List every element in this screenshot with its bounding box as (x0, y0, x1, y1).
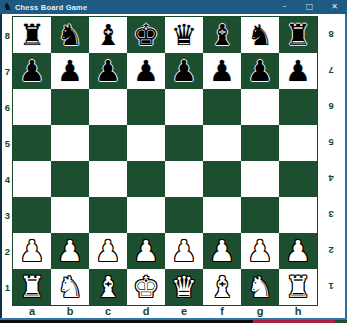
black-king[interactable]: ♚ (133, 21, 159, 50)
minimize-button[interactable]: – (272, 0, 297, 14)
square-e5[interactable] (165, 125, 203, 161)
black-knight[interactable]: ♞ (247, 21, 273, 50)
square-f6[interactable] (203, 89, 241, 125)
file-label-d: d (127, 305, 165, 318)
square-b8[interactable]: ♞ (51, 17, 89, 53)
square-f8[interactable]: ♝ (203, 17, 241, 53)
square-b1[interactable]: ♞ (51, 269, 89, 305)
square-h2[interactable]: ♟ (279, 233, 317, 269)
square-c3[interactable] (89, 197, 127, 233)
black-knight[interactable]: ♞ (57, 21, 83, 50)
square-a3[interactable] (13, 197, 51, 233)
square-f5[interactable] (203, 125, 241, 161)
square-d1[interactable]: ♚ (127, 269, 165, 305)
square-a4[interactable] (13, 161, 51, 197)
white-king[interactable]: ♚ (133, 273, 159, 302)
square-d8[interactable]: ♚ (127, 17, 165, 53)
square-h1[interactable]: ♜ (279, 269, 317, 305)
square-g2[interactable]: ♟ (241, 233, 279, 269)
black-bishop[interactable]: ♝ (209, 21, 235, 50)
square-c8[interactable]: ♝ (89, 17, 127, 53)
rank-label-7: 7 (2, 53, 13, 89)
white-pawn[interactable]: ♟ (171, 237, 197, 266)
rank-label-8: 8 (2, 17, 13, 53)
square-g4[interactable] (241, 161, 279, 197)
square-e4[interactable] (165, 161, 203, 197)
app-window: ♞ Chess Board Game – □ ✕ 87654321 ♜♞♝♚♛♝… (0, 0, 347, 323)
white-pawn[interactable]: ♟ (209, 237, 235, 266)
maximize-button[interactable]: □ (297, 0, 322, 14)
black-pawn[interactable]: ♟ (95, 57, 121, 86)
square-c7[interactable]: ♟ (89, 53, 127, 89)
square-c1[interactable]: ♝ (89, 269, 127, 305)
rank-label-5: 5 (2, 125, 13, 161)
window-title: Chess Board Game (15, 3, 87, 12)
square-a5[interactable] (13, 125, 51, 161)
square-e7[interactable]: ♟ (165, 53, 203, 89)
file-label-g: g (241, 305, 279, 318)
white-pawn[interactable]: ♟ (285, 237, 311, 266)
board-area: 87654321 ♜♞♝♚♛♝♞♜♟♟♟♟♟♟♟♟♟♟♟♟♟♟♟♟♜♞♝♚♛♝♞… (0, 14, 347, 318)
square-e8[interactable]: ♛ (165, 17, 203, 53)
rank-labels-left: 87654321 (2, 17, 13, 305)
rank-label-7: 7 (317, 53, 345, 89)
square-a2[interactable]: ♟ (13, 233, 51, 269)
black-pawn[interactable]: ♟ (19, 57, 45, 86)
black-rook[interactable]: ♜ (285, 21, 311, 50)
square-b5[interactable] (51, 125, 89, 161)
black-pawn[interactable]: ♟ (171, 57, 197, 86)
rank-labels-right: 87654321 (317, 17, 345, 305)
square-h3[interactable] (279, 197, 317, 233)
square-f7[interactable]: ♟ (203, 53, 241, 89)
file-label-f: f (203, 305, 241, 318)
square-c6[interactable] (89, 89, 127, 125)
white-queen[interactable]: ♛ (171, 273, 197, 302)
rank-label-6: 6 (317, 89, 345, 125)
title-bar: ♞ Chess Board Game – □ ✕ (0, 0, 347, 14)
square-f4[interactable] (203, 161, 241, 197)
file-label-e: e (165, 305, 203, 318)
file-label-a: a (13, 305, 51, 318)
black-pawn[interactable]: ♟ (285, 57, 311, 86)
window-controls: – □ ✕ (272, 0, 347, 14)
square-c4[interactable] (89, 161, 127, 197)
file-labels: abcdefgh (13, 305, 345, 318)
square-f3[interactable] (203, 197, 241, 233)
rank-label-4: 4 (317, 161, 345, 197)
square-g5[interactable] (241, 125, 279, 161)
square-h8[interactable]: ♜ (279, 17, 317, 53)
rank-label-2: 2 (317, 233, 345, 269)
rank-label-3: 3 (317, 197, 345, 233)
white-rook[interactable]: ♜ (19, 273, 45, 302)
square-d2[interactable]: ♟ (127, 233, 165, 269)
square-d7[interactable]: ♟ (127, 53, 165, 89)
rank-label-1: 1 (2, 269, 13, 305)
square-d5[interactable] (127, 125, 165, 161)
square-e1[interactable]: ♛ (165, 269, 203, 305)
rank-label-2: 2 (2, 233, 13, 269)
square-h7[interactable]: ♟ (279, 53, 317, 89)
square-h6[interactable] (279, 89, 317, 125)
chess-board[interactable]: ♜♞♝♚♛♝♞♜♟♟♟♟♟♟♟♟♟♟♟♟♟♟♟♟♜♞♝♚♛♝♞♜ (13, 17, 317, 305)
file-label-h: h (279, 305, 317, 318)
rank-label-3: 3 (2, 197, 13, 233)
white-rook[interactable]: ♜ (285, 273, 311, 302)
square-b2[interactable]: ♟ (51, 233, 89, 269)
square-d4[interactable] (127, 161, 165, 197)
black-rook[interactable]: ♜ (19, 21, 45, 50)
square-c2[interactable]: ♟ (89, 233, 127, 269)
square-a8[interactable]: ♜ (13, 17, 51, 53)
square-e6[interactable] (165, 89, 203, 125)
square-a1[interactable]: ♜ (13, 269, 51, 305)
close-button[interactable]: ✕ (322, 0, 347, 14)
square-a7[interactable]: ♟ (13, 53, 51, 89)
knight-app-icon: ♞ (3, 2, 12, 12)
white-pawn[interactable]: ♟ (57, 237, 83, 266)
white-knight[interactable]: ♞ (57, 273, 83, 302)
black-bishop[interactable]: ♝ (95, 21, 121, 50)
black-pawn[interactable]: ♟ (247, 57, 273, 86)
square-g7[interactable]: ♟ (241, 53, 279, 89)
square-b7[interactable]: ♟ (51, 53, 89, 89)
white-pawn[interactable]: ♟ (19, 237, 45, 266)
rank-label-5: 5 (317, 125, 345, 161)
rank-label-1: 1 (317, 269, 345, 305)
square-b4[interactable] (51, 161, 89, 197)
white-knight[interactable]: ♞ (247, 273, 273, 302)
black-pawn[interactable]: ♟ (57, 57, 83, 86)
white-bishop[interactable]: ♝ (209, 273, 235, 302)
black-pawn[interactable]: ♟ (209, 57, 235, 86)
square-e3[interactable] (165, 197, 203, 233)
file-label-c: c (89, 305, 127, 318)
square-e2[interactable]: ♟ (165, 233, 203, 269)
rank-label-8: 8 (317, 17, 345, 53)
rank-label-6: 6 (2, 89, 13, 125)
white-bishop[interactable]: ♝ (95, 273, 121, 302)
square-g3[interactable] (241, 197, 279, 233)
square-f2[interactable]: ♟ (203, 233, 241, 269)
square-b3[interactable] (51, 197, 89, 233)
square-g6[interactable] (241, 89, 279, 125)
file-label-b: b (51, 305, 89, 318)
square-c5[interactable] (89, 125, 127, 161)
square-g1[interactable]: ♞ (241, 269, 279, 305)
square-g8[interactable]: ♞ (241, 17, 279, 53)
square-d3[interactable] (127, 197, 165, 233)
square-b6[interactable] (51, 89, 89, 125)
white-pawn[interactable]: ♟ (247, 237, 273, 266)
black-queen[interactable]: ♛ (171, 21, 197, 50)
rank-label-4: 4 (2, 161, 13, 197)
square-a6[interactable] (13, 89, 51, 125)
square-h4[interactable] (279, 161, 317, 197)
square-d6[interactable] (127, 89, 165, 125)
square-h5[interactable] (279, 125, 317, 161)
black-pawn[interactable]: ♟ (133, 57, 159, 86)
white-pawn[interactable]: ♟ (133, 237, 159, 266)
white-pawn[interactable]: ♟ (95, 237, 121, 266)
square-f1[interactable]: ♝ (203, 269, 241, 305)
